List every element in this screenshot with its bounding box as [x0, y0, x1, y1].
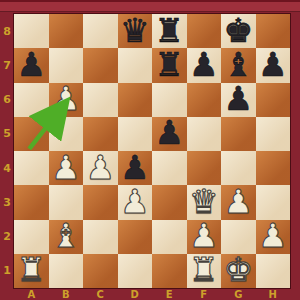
- square-c4[interactable]: ♟: [83, 151, 118, 185]
- square-f8[interactable]: [187, 14, 222, 48]
- square-c3[interactable]: [83, 185, 118, 219]
- square-d4[interactable]: ♟: [118, 151, 153, 185]
- white-pawn-h2[interactable]: ♟: [258, 219, 288, 252]
- rank-label-2: 2: [0, 220, 14, 254]
- white-pawn-b4[interactable]: ♟: [51, 151, 81, 184]
- square-a2[interactable]: [14, 220, 49, 254]
- square-g2[interactable]: [221, 220, 256, 254]
- square-c5[interactable]: [83, 117, 118, 151]
- black-rook-e8[interactable]: ♜: [154, 14, 184, 47]
- file-label-e: E: [152, 288, 187, 300]
- square-c6[interactable]: [83, 83, 118, 117]
- square-g5[interactable]: [221, 117, 256, 151]
- black-pawn-g6[interactable]: ♟: [223, 82, 253, 115]
- square-b2[interactable]: ♝: [49, 220, 84, 254]
- file-labels: ABCDEFGH: [14, 288, 290, 300]
- square-g8[interactable]: ♚: [221, 14, 256, 48]
- file-label-d: D: [118, 288, 153, 300]
- file-label-f: F: [187, 288, 222, 300]
- white-bishop-b2[interactable]: ♝: [51, 219, 81, 252]
- square-e3[interactable]: [152, 185, 187, 219]
- square-d7[interactable]: [118, 48, 153, 82]
- square-h4[interactable]: [256, 151, 291, 185]
- rank-label-4: 4: [0, 151, 14, 185]
- square-e4[interactable]: [152, 151, 187, 185]
- square-b4[interactable]: ♟: [49, 151, 84, 185]
- rank-label-6: 6: [0, 83, 14, 117]
- white-pawn-d3[interactable]: ♟: [120, 185, 150, 218]
- white-pawn-f2[interactable]: ♟: [189, 219, 219, 252]
- square-h6[interactable]: [256, 83, 291, 117]
- square-e2[interactable]: [152, 220, 187, 254]
- rank-labels: 87654321: [0, 14, 14, 288]
- square-f2[interactable]: ♟: [187, 220, 222, 254]
- square-d6[interactable]: [118, 83, 153, 117]
- file-label-c: C: [83, 288, 118, 300]
- square-a7[interactable]: ♟: [14, 48, 49, 82]
- square-f1[interactable]: ♜: [187, 254, 222, 288]
- rank-label-3: 3: [0, 185, 14, 219]
- square-f5[interactable]: [187, 117, 222, 151]
- white-pawn-g3[interactable]: ♟: [223, 185, 253, 218]
- rank-label-7: 7: [0, 48, 14, 82]
- square-e5[interactable]: ♟: [152, 117, 187, 151]
- square-c8[interactable]: [83, 14, 118, 48]
- square-g3[interactable]: ♟: [221, 185, 256, 219]
- white-king-g1[interactable]: ♚: [223, 253, 253, 286]
- square-g6[interactable]: ♟: [221, 83, 256, 117]
- square-d2[interactable]: [118, 220, 153, 254]
- file-label-b: B: [49, 288, 84, 300]
- black-bishop-g7[interactable]: ♝: [223, 48, 253, 81]
- square-b8[interactable]: [49, 14, 84, 48]
- square-a3[interactable]: [14, 185, 49, 219]
- square-f3[interactable]: ♛: [187, 185, 222, 219]
- square-a1[interactable]: ♜: [14, 254, 49, 288]
- square-b5[interactable]: [49, 117, 84, 151]
- black-pawn-h7[interactable]: ♟: [258, 48, 288, 81]
- square-g1[interactable]: ♚: [221, 254, 256, 288]
- square-b3[interactable]: [49, 185, 84, 219]
- black-pawn-d4[interactable]: ♟: [120, 151, 150, 184]
- white-pawn-c4[interactable]: ♟: [85, 151, 115, 184]
- frame-top-bevel: [0, 0, 300, 12]
- file-label-h: H: [256, 288, 291, 300]
- square-a6[interactable]: [14, 83, 49, 117]
- black-queen-d8[interactable]: ♛: [120, 14, 150, 47]
- square-f6[interactable]: [187, 83, 222, 117]
- square-b7[interactable]: [49, 48, 84, 82]
- square-d1[interactable]: [118, 254, 153, 288]
- square-h5[interactable]: [256, 117, 291, 151]
- white-rook-f1[interactable]: ♜: [189, 253, 219, 286]
- chess-board-frame: 87654321 ABCDEFGH ♛♜♚♟♜♟♝♟♟♟♟♟♟♟♟♛♟♝♟♟♜♜…: [0, 0, 300, 300]
- white-rook-a1[interactable]: ♜: [16, 253, 46, 286]
- square-e7[interactable]: ♜: [152, 48, 187, 82]
- rank-label-5: 5: [0, 117, 14, 151]
- square-b1[interactable]: [49, 254, 84, 288]
- square-f7[interactable]: ♟: [187, 48, 222, 82]
- file-label-g: G: [221, 288, 256, 300]
- square-h7[interactable]: ♟: [256, 48, 291, 82]
- chess-board[interactable]: ♛♜♚♟♜♟♝♟♟♟♟♟♟♟♟♛♟♝♟♟♜♜♚: [14, 14, 290, 288]
- square-g4[interactable]: [221, 151, 256, 185]
- square-e1[interactable]: [152, 254, 187, 288]
- white-queen-f3[interactable]: ♛: [189, 185, 219, 218]
- square-c7[interactable]: [83, 48, 118, 82]
- square-e8[interactable]: ♜: [152, 14, 187, 48]
- square-h2[interactable]: ♟: [256, 220, 291, 254]
- square-a5[interactable]: [14, 117, 49, 151]
- black-pawn-e5[interactable]: ♟: [154, 116, 184, 149]
- square-a4[interactable]: [14, 151, 49, 185]
- square-d3[interactable]: ♟: [118, 185, 153, 219]
- square-h1[interactable]: [256, 254, 291, 288]
- square-c2[interactable]: [83, 220, 118, 254]
- rank-label-8: 8: [0, 14, 14, 48]
- black-rook-e7[interactable]: ♜: [154, 48, 184, 81]
- file-label-a: A: [14, 288, 49, 300]
- rank-label-1: 1: [0, 254, 14, 288]
- square-c1[interactable]: [83, 254, 118, 288]
- square-g7[interactable]: ♝: [221, 48, 256, 82]
- square-e6[interactable]: [152, 83, 187, 117]
- square-f4[interactable]: [187, 151, 222, 185]
- square-h8[interactable]: [256, 14, 291, 48]
- white-pawn-b6[interactable]: ♟: [51, 82, 81, 115]
- black-pawn-a7[interactable]: ♟: [16, 48, 46, 81]
- black-king-g8[interactable]: ♚: [223, 14, 253, 47]
- square-d5[interactable]: [118, 117, 153, 151]
- square-d8[interactable]: ♛: [118, 14, 153, 48]
- square-h3[interactable]: [256, 185, 291, 219]
- black-pawn-f7[interactable]: ♟: [189, 48, 219, 81]
- square-b6[interactable]: ♟: [49, 83, 84, 117]
- square-a8[interactable]: [14, 14, 49, 48]
